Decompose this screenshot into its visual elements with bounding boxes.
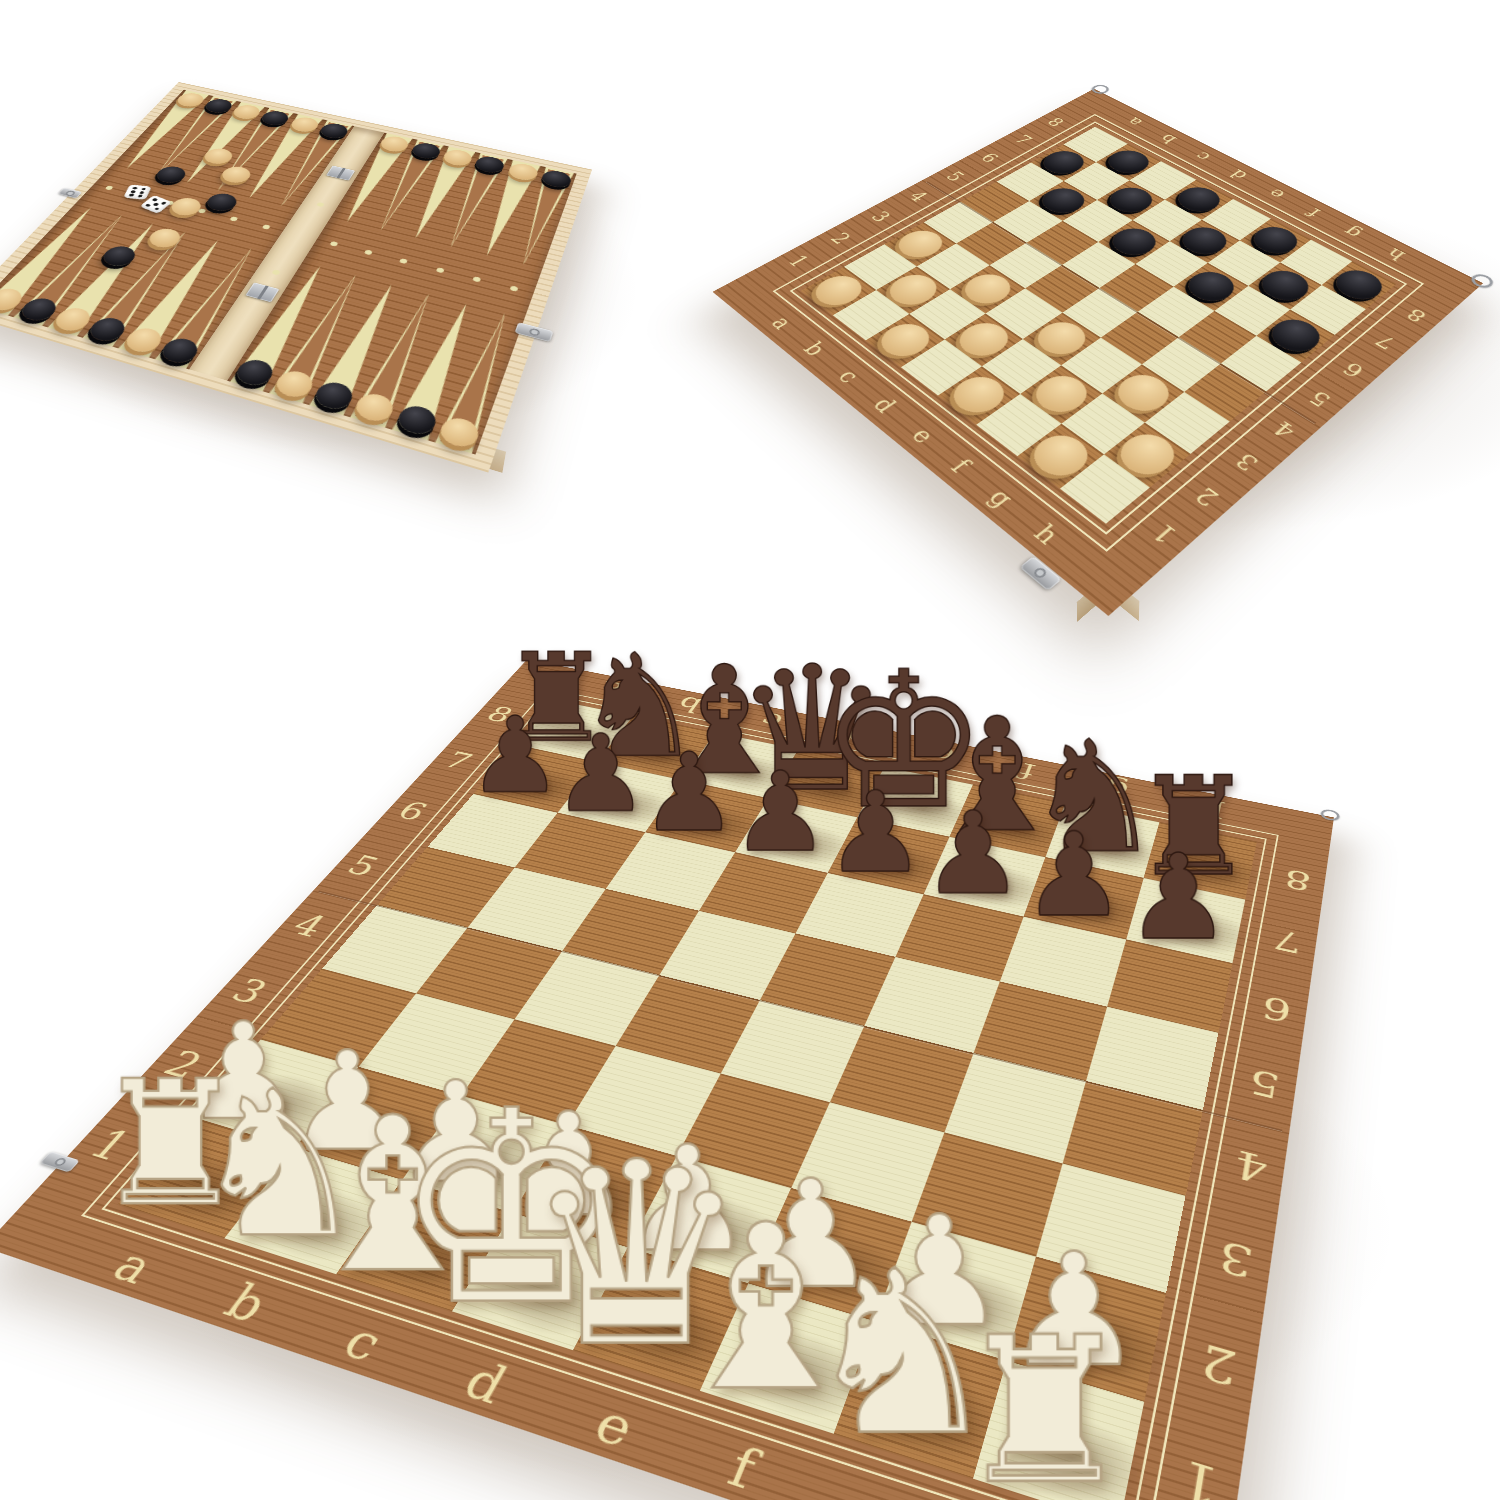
file-label: e [927, 741, 959, 767]
checkers-square-g6 [1214, 286, 1290, 336]
file-label: g [1100, 774, 1132, 802]
inlay-dot [105, 185, 114, 190]
inlay-dot [399, 258, 408, 264]
checkers-square-h3 [1145, 392, 1229, 454]
checkers-square-h6 [1257, 310, 1335, 363]
backgammon-point [432, 309, 525, 455]
die-pip [141, 188, 146, 191]
chess-board: abcdefghabcdefgh8765432187654321♜♞♝♛♚♝♞♜… [0, 659, 1334, 1500]
rank-label: 6 [391, 796, 434, 825]
checkers-square-g1 [1017, 424, 1104, 489]
rank-label: 3 [1215, 1232, 1256, 1287]
checkers-square-e3 [1023, 312, 1101, 365]
checkers-square-d3 [986, 288, 1062, 338]
checkers-square-d2 [944, 313, 1022, 366]
rank-label: 5 [941, 169, 969, 185]
piece-shadow [1135, 896, 1256, 963]
file-label: a [1122, 115, 1147, 128]
hook-icon [1088, 83, 1112, 95]
file-label: a [102, 1238, 166, 1293]
rank-label: 8 [1042, 116, 1068, 130]
backgammon-board [0, 82, 592, 472]
file-label: d [455, 1351, 517, 1415]
die-pip [129, 193, 134, 196]
rank-label: 4 [284, 908, 333, 943]
checkers-square-b1 [833, 290, 910, 340]
rank-label: 4 [1268, 417, 1301, 443]
backgammon-point [347, 289, 448, 429]
checker-wood-e1 [943, 370, 1014, 420]
die-pip [145, 204, 151, 208]
rank-label: 2 [155, 1043, 212, 1086]
rank-label: 7 [1010, 133, 1036, 147]
piece-shadow [986, 1395, 1158, 1500]
file-label: b [797, 338, 831, 360]
file-label: c [334, 1312, 394, 1372]
checker-wood-f2 [1026, 369, 1097, 419]
inlay-dot [262, 224, 271, 230]
inlay-dot [472, 276, 481, 282]
hinge-icon [245, 283, 279, 303]
inlay-dot [364, 249, 373, 255]
inlay-dot [510, 285, 519, 291]
checkers-square-d1 [901, 340, 981, 396]
rank-label: 5 [340, 850, 386, 882]
rank-label: 2 [1196, 1333, 1240, 1395]
file-label: h [1382, 245, 1410, 264]
backgammon-point [0, 203, 106, 316]
file-label: e [586, 1392, 644, 1458]
checker-wood-g1 [1023, 428, 1098, 484]
file-label: d [839, 724, 873, 750]
latch-icon [58, 188, 82, 199]
file-label: f [720, 1435, 764, 1500]
checkers-square-h5 [1222, 336, 1302, 391]
die-showing-6 [123, 184, 152, 199]
inlay-dot [271, 269, 281, 275]
rank-label: 8 [480, 702, 519, 727]
rank-label: 8 [1282, 864, 1313, 897]
file-label: g [849, 1476, 906, 1500]
file-label: f [1302, 205, 1324, 219]
hinge-icon [326, 166, 355, 181]
file-label: d [1226, 167, 1252, 183]
latch-icon [515, 322, 554, 342]
checkers-squares [801, 127, 1396, 524]
rank-label: 4 [1232, 1142, 1271, 1191]
piece-shadow [585, 1278, 753, 1393]
rank-label: 7 [1271, 923, 1303, 959]
file-label: e [1264, 186, 1290, 202]
backgammon-point [80, 227, 202, 347]
checkers-area: abcdefghabcdefgh8765432187654321 [827, 15, 1372, 560]
checkers-square-g4 [1142, 337, 1222, 392]
checkers-square-h2 [1104, 423, 1191, 488]
file-label: f [945, 454, 977, 477]
file-label: h [1197, 793, 1228, 822]
rank-label: 1 [1175, 1448, 1223, 1500]
file-label: e [905, 423, 940, 448]
die-pip [154, 207, 160, 211]
die-pip [131, 190, 136, 193]
checker-wood-e3 [1028, 316, 1095, 361]
hook-icon [1320, 808, 1340, 822]
file-label: b [1155, 132, 1181, 146]
checkers-square-h7 [1290, 285, 1366, 335]
die-pip [153, 203, 159, 207]
file-label: f [1016, 758, 1039, 784]
checkers-square-g2 [1061, 393, 1145, 455]
checkers-square-c1 [866, 314, 944, 367]
checker-black-h6 [1262, 313, 1329, 358]
rank-label: 3 [223, 972, 276, 1011]
backgammon-checker-wood [166, 196, 205, 218]
rank-label: 1 [783, 252, 814, 271]
backgammon-area [50, 10, 550, 460]
checkers-square-h4 [1185, 363, 1267, 421]
chess-square-g5 [973, 981, 1107, 1081]
checkers-square-e2 [981, 339, 1061, 395]
chess-area: abcdefghabcdefgh8765432187654321♜♞♝♛♚♝♞♜… [245, 485, 1275, 1500]
checkers-square-g3 [1102, 364, 1184, 422]
checkers-square-f1 [976, 394, 1061, 456]
piece-shadow [348, 1208, 513, 1313]
die-pip [138, 194, 143, 197]
chess-squares: ♜♞♝♛♚♝♞♜♟♟♟♟♟♟♟♟♟♟♟♟♟♟♟♟♜♞♝♚♛♝♞♜ [118, 700, 1257, 1500]
inlay-dot [329, 241, 338, 247]
die-pip [161, 202, 167, 206]
product-photo-scene: abcdefghabcdefgh8765432187654321 abcdefg… [0, 0, 1500, 1500]
checker-wood-h2 [1110, 427, 1185, 483]
backgammon-checker-black [98, 244, 140, 269]
file-label: d [867, 393, 903, 418]
file-label: a [765, 313, 798, 334]
checkers-square-f3 [1062, 338, 1142, 393]
checkers-square-g5 [1179, 311, 1257, 364]
chess-square-e8: ♚ [857, 767, 973, 837]
rank-label: 3 [865, 209, 895, 226]
inlay-dot [229, 216, 238, 221]
inlay-dot [435, 267, 444, 273]
checkers-square-f2 [1020, 365, 1102, 423]
rank-label: 2 [825, 230, 855, 248]
checker-wood-d2 [950, 317, 1017, 363]
backgammon-point [389, 299, 486, 442]
backgammon-point [306, 280, 410, 417]
backgammon-point [45, 219, 169, 337]
rank-label: 5 [1246, 1062, 1282, 1106]
file-label: b [672, 692, 708, 716]
chess-square-e5 [760, 933, 896, 1026]
checker-wood-c1 [871, 318, 939, 364]
rank-label: 4 [904, 188, 933, 204]
chess-square-h8: ♜ [1143, 822, 1256, 899]
rank-label: 6 [1260, 989, 1294, 1029]
chess-square-h7: ♟ [1126, 878, 1245, 963]
die-pip [152, 198, 158, 202]
die-pip [132, 187, 137, 190]
checker-wood-g3 [1108, 368, 1179, 418]
checkers-square-f4 [1101, 312, 1179, 365]
file-label: g [1339, 223, 1366, 241]
checkers-square-e4 [1062, 288, 1138, 338]
file-label: c [1190, 149, 1215, 163]
rank-label: 7 [437, 747, 478, 774]
rank-label: 1 [79, 1122, 141, 1170]
inlay-dot [316, 202, 325, 207]
checkers-square-c2 [909, 289, 985, 339]
rank-label: 3 [1230, 449, 1265, 476]
file-label: c [832, 365, 866, 387]
rank-label: 6 [976, 150, 1003, 165]
checkers-square-e1 [938, 366, 1020, 425]
die-pip [140, 191, 145, 194]
file-label: b [214, 1274, 279, 1332]
checkers-square-f5 [1138, 287, 1214, 337]
file-label: c [756, 708, 788, 733]
file-label: a [593, 677, 628, 700]
